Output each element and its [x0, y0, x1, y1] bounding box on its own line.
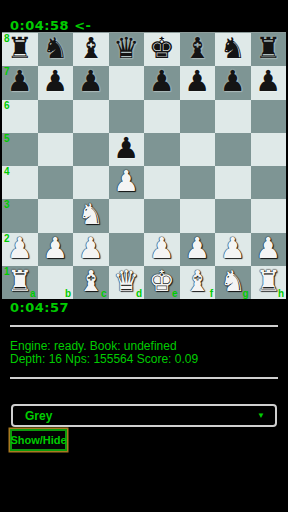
square-d5[interactable]: ♟: [109, 133, 145, 166]
square-g8[interactable]: ♞: [215, 33, 251, 66]
square-e8[interactable]: ♚: [144, 33, 180, 66]
black-pawn: ♟: [113, 134, 139, 163]
square-f8[interactable]: ♝: [180, 33, 216, 66]
square-a2[interactable]: ♟2: [2, 233, 38, 266]
square-e1[interactable]: ♚e: [144, 266, 180, 299]
chevron-down-icon: ▼: [257, 412, 265, 420]
square-c8[interactable]: ♝: [73, 33, 109, 66]
black-pawn: ♟: [78, 67, 104, 96]
rank-label: 2: [4, 233, 10, 244]
white-pawn: ♟: [78, 234, 104, 263]
square-e4[interactable]: [144, 166, 180, 199]
square-c5[interactable]: [73, 133, 109, 166]
square-d7[interactable]: [109, 66, 145, 99]
square-h3[interactable]: [251, 199, 287, 232]
rank-label: 5: [4, 133, 10, 144]
square-d4[interactable]: ♟: [109, 166, 145, 199]
square-e7[interactable]: ♟: [144, 66, 180, 99]
square-c4[interactable]: [73, 166, 109, 199]
color-scheme-dropdown[interactable]: Grey ▼: [11, 404, 277, 427]
square-c7[interactable]: ♟: [73, 66, 109, 99]
square-e5[interactable]: [144, 133, 180, 166]
square-h1[interactable]: ♜h: [251, 266, 287, 299]
black-king: ♚: [149, 34, 175, 63]
file-label: g: [242, 288, 248, 299]
square-a5[interactable]: 5: [2, 133, 38, 166]
square-g1[interactable]: ♞g: [215, 266, 251, 299]
black-pawn: ♟: [42, 67, 68, 96]
square-b4[interactable]: [38, 166, 74, 199]
square-a1[interactable]: ♜1a: [2, 266, 38, 299]
black-knight: ♞: [42, 34, 68, 63]
square-f3[interactable]: [180, 199, 216, 232]
square-a4[interactable]: 4: [2, 166, 38, 199]
square-f6[interactable]: [180, 100, 216, 133]
square-h2[interactable]: ♟: [251, 233, 287, 266]
rank-label: 6: [4, 100, 10, 111]
white-bishop: ♝: [184, 267, 210, 296]
rank-label: 4: [4, 166, 10, 177]
square-c6[interactable]: [73, 100, 109, 133]
square-g3[interactable]: [215, 199, 251, 232]
square-h8[interactable]: ♜: [251, 33, 287, 66]
file-label: a: [30, 288, 36, 299]
square-e3[interactable]: [144, 199, 180, 232]
white-pawn: ♟: [113, 167, 139, 196]
white-pawn: ♟: [255, 234, 281, 263]
square-h4[interactable]: [251, 166, 287, 199]
rank-label: 7: [4, 66, 10, 77]
divider: [10, 377, 278, 379]
divider: [10, 325, 278, 327]
engine-depth-line: Depth: 16 Nps: 155564 Score: 0.09: [10, 353, 198, 366]
white-pawn: ♟: [149, 234, 175, 263]
square-g4[interactable]: [215, 166, 251, 199]
square-f5[interactable]: [180, 133, 216, 166]
white-clock-time: 0:04:57: [10, 300, 69, 315]
square-d1[interactable]: ♛d: [109, 266, 145, 299]
black-bishop: ♝: [184, 34, 210, 63]
square-d3[interactable]: [109, 199, 145, 232]
square-b1[interactable]: b: [38, 266, 74, 299]
file-label: h: [278, 288, 284, 299]
square-a7[interactable]: ♟7: [2, 66, 38, 99]
black-rook: ♜: [7, 34, 33, 63]
square-h5[interactable]: [251, 133, 287, 166]
white-clock: 0:04:57: [10, 300, 69, 315]
square-e6[interactable]: [144, 100, 180, 133]
square-b7[interactable]: ♟: [38, 66, 74, 99]
square-c3[interactable]: ♞: [73, 199, 109, 232]
square-c1[interactable]: ♝c: [73, 266, 109, 299]
square-a8[interactable]: ♜8: [2, 33, 38, 66]
color-scheme-value: Grey: [13, 409, 52, 423]
file-label: c: [101, 288, 107, 299]
rank-label: 3: [4, 199, 10, 210]
file-label: b: [65, 288, 71, 299]
square-b3[interactable]: [38, 199, 74, 232]
show-hide-label: Show/Hide: [10, 434, 66, 446]
square-f1[interactable]: ♝f: [180, 266, 216, 299]
black-pawn: ♟: [255, 67, 281, 96]
black-knight: ♞: [220, 34, 246, 63]
rank-label: 1: [4, 266, 10, 277]
square-d8[interactable]: ♛: [109, 33, 145, 66]
show-hide-button[interactable]: Show/Hide: [10, 429, 67, 451]
black-queen: ♛: [113, 34, 139, 63]
black-pawn: ♟: [149, 67, 175, 96]
square-f7[interactable]: ♟: [180, 66, 216, 99]
square-h6[interactable]: [251, 100, 287, 133]
square-g6[interactable]: [215, 100, 251, 133]
file-label: d: [136, 288, 142, 299]
square-d6[interactable]: [109, 100, 145, 133]
square-f4[interactable]: [180, 166, 216, 199]
white-bishop: ♝: [78, 267, 104, 296]
square-g2[interactable]: ♟: [215, 233, 251, 266]
black-pawn: ♟: [220, 67, 246, 96]
square-b8[interactable]: ♞: [38, 33, 74, 66]
engine-panel: Engine: ready. Book: undefined Depth: 16…: [10, 340, 198, 366]
square-f2[interactable]: ♟: [180, 233, 216, 266]
white-pawn: ♟: [7, 234, 33, 263]
black-pawn: ♟: [7, 67, 33, 96]
square-g7[interactable]: ♟: [215, 66, 251, 99]
square-e2[interactable]: ♟: [144, 233, 180, 266]
black-pawn: ♟: [184, 67, 210, 96]
white-pawn: ♟: [220, 234, 246, 263]
white-rook: ♜: [7, 267, 33, 296]
square-h7[interactable]: ♟: [251, 66, 287, 99]
chess-board[interactable]: ♜8♞♝♛♚♝♞♜♟7♟♟♟♟♟♟65♟4♟3♞♟2♟♟♟♟♟♟♜1ab♝c♛d…: [2, 32, 286, 299]
white-pawn: ♟: [184, 234, 210, 263]
rank-label: 8: [4, 33, 10, 44]
black-bishop: ♝: [78, 34, 104, 63]
square-b2[interactable]: ♟: [38, 233, 74, 266]
square-d2[interactable]: [109, 233, 145, 266]
file-label: e: [172, 288, 178, 299]
black-rook: ♜: [255, 34, 281, 63]
square-g5[interactable]: [215, 133, 251, 166]
square-b5[interactable]: [38, 133, 74, 166]
square-b6[interactable]: [38, 100, 74, 133]
white-pawn: ♟: [42, 234, 68, 263]
square-a3[interactable]: 3: [2, 199, 38, 232]
white-knight: ♞: [78, 200, 104, 229]
white-king: ♚: [149, 267, 175, 296]
square-c2[interactable]: ♟: [73, 233, 109, 266]
square-a6[interactable]: 6: [2, 100, 38, 133]
file-label: f: [210, 288, 213, 299]
